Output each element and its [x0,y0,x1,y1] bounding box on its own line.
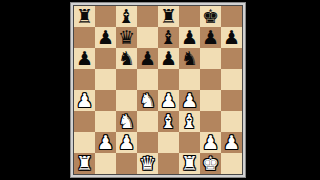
square-b3[interactable] [95,111,116,132]
square-e5[interactable] [158,69,179,90]
square-b8[interactable] [95,6,116,27]
square-f4[interactable]: ♟ [179,90,200,111]
piece-white-pawn: ♟ [76,90,93,111]
piece-white-king: ♚ [202,153,219,174]
square-c4[interactable] [116,90,137,111]
piece-black-rook: ♜ [76,6,93,27]
piece-black-pawn: ♟ [76,48,93,69]
square-d5[interactable] [137,69,158,90]
piece-black-king: ♚ [202,6,219,27]
square-a1[interactable]: ♜ [74,153,95,174]
square-a3[interactable] [74,111,95,132]
piece-white-pawn: ♟ [202,132,219,153]
board-inner-border: ♜♝♜♚♟♛♝♟♟♟♟♞♟♟♞♟♞♟♟♞♝♝♟♟♟♟♜♛♜♚ [73,5,243,175]
square-d8[interactable] [137,6,158,27]
square-e2[interactable] [158,132,179,153]
square-a7[interactable] [74,27,95,48]
square-f6[interactable]: ♞ [179,48,200,69]
piece-white-pawn: ♟ [160,90,177,111]
square-f3[interactable]: ♝ [179,111,200,132]
square-f1[interactable]: ♜ [179,153,200,174]
square-h8[interactable] [221,6,242,27]
square-b2[interactable]: ♟ [95,132,116,153]
square-g6[interactable] [200,48,221,69]
chessboard: ♜♝♜♚♟♛♝♟♟♟♟♞♟♟♞♟♞♟♟♞♝♝♟♟♟♟♜♛♜♚ [74,6,242,174]
piece-black-pawn: ♟ [160,48,177,69]
square-g3[interactable] [200,111,221,132]
piece-white-bishop: ♝ [181,111,198,132]
square-g4[interactable] [200,90,221,111]
piece-black-knight: ♞ [118,48,135,69]
square-h5[interactable] [221,69,242,90]
square-e4[interactable]: ♟ [158,90,179,111]
square-a4[interactable]: ♟ [74,90,95,111]
square-a6[interactable]: ♟ [74,48,95,69]
square-h3[interactable] [221,111,242,132]
square-d7[interactable] [137,27,158,48]
square-c8[interactable]: ♝ [116,6,137,27]
piece-black-knight: ♞ [181,48,198,69]
square-f8[interactable] [179,6,200,27]
piece-white-pawn: ♟ [118,132,135,153]
square-h1[interactable] [221,153,242,174]
square-b6[interactable] [95,48,116,69]
square-c7[interactable]: ♛ [116,27,137,48]
square-e1[interactable] [158,153,179,174]
square-c1[interactable] [116,153,137,174]
piece-white-pawn: ♟ [97,132,114,153]
square-f2[interactable] [179,132,200,153]
square-c6[interactable]: ♞ [116,48,137,69]
piece-white-queen: ♛ [139,153,156,174]
piece-black-pawn: ♟ [223,27,240,48]
square-d1[interactable]: ♛ [137,153,158,174]
square-e7[interactable]: ♝ [158,27,179,48]
square-f5[interactable] [179,69,200,90]
square-d4[interactable]: ♞ [137,90,158,111]
square-a5[interactable] [74,69,95,90]
piece-black-pawn: ♟ [181,27,198,48]
piece-black-queen: ♛ [118,27,135,48]
square-d3[interactable] [137,111,158,132]
square-h4[interactable] [221,90,242,111]
square-e6[interactable]: ♟ [158,48,179,69]
square-g7[interactable]: ♟ [200,27,221,48]
piece-white-rook: ♜ [181,153,198,174]
square-b1[interactable] [95,153,116,174]
piece-black-pawn: ♟ [202,27,219,48]
square-b5[interactable] [95,69,116,90]
piece-black-bishop: ♝ [118,6,135,27]
square-a2[interactable] [74,132,95,153]
piece-black-rook: ♜ [160,6,177,27]
square-d2[interactable] [137,132,158,153]
square-g8[interactable]: ♚ [200,6,221,27]
piece-white-rook: ♜ [76,153,93,174]
square-a8[interactable]: ♜ [74,6,95,27]
square-h6[interactable] [221,48,242,69]
piece-black-pawn: ♟ [139,48,156,69]
piece-white-pawn: ♟ [181,90,198,111]
square-b4[interactable] [95,90,116,111]
square-g2[interactable]: ♟ [200,132,221,153]
square-e3[interactable]: ♝ [158,111,179,132]
square-h2[interactable]: ♟ [221,132,242,153]
piece-white-pawn: ♟ [223,132,240,153]
square-d6[interactable]: ♟ [137,48,158,69]
board-frame: ♜♝♜♚♟♛♝♟♟♟♟♞♟♟♞♟♞♟♟♞♝♝♟♟♟♟♜♛♜♚ [70,2,246,178]
square-f7[interactable]: ♟ [179,27,200,48]
square-e8[interactable]: ♜ [158,6,179,27]
piece-black-pawn: ♟ [97,27,114,48]
screenshot-stage: ♜♝♜♚♟♛♝♟♟♟♟♞♟♟♞♟♞♟♟♞♝♝♟♟♟♟♜♛♜♚ [0,0,320,180]
square-c5[interactable] [116,69,137,90]
square-b7[interactable]: ♟ [95,27,116,48]
square-g5[interactable] [200,69,221,90]
piece-black-bishop: ♝ [160,27,177,48]
piece-white-knight: ♞ [139,90,156,111]
square-g1[interactable]: ♚ [200,153,221,174]
square-c3[interactable]: ♞ [116,111,137,132]
square-h7[interactable]: ♟ [221,27,242,48]
piece-white-bishop: ♝ [160,111,177,132]
piece-white-knight: ♞ [118,111,135,132]
square-c2[interactable]: ♟ [116,132,137,153]
